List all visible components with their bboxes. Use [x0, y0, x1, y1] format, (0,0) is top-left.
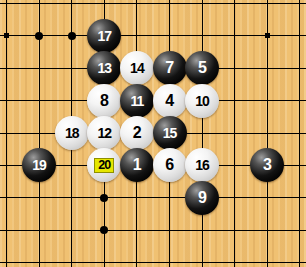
stone-black-15: 15 [153, 116, 187, 150]
stone-black-7: 7 [153, 51, 187, 85]
stone-number: 14 [130, 61, 144, 75]
stone-black-9: 9 [185, 181, 219, 215]
stone-white-16: 16 [185, 148, 219, 182]
star-point [265, 33, 270, 38]
stone-number: 5 [198, 60, 206, 76]
stone-number: 2 [133, 125, 141, 141]
stone-number: 12 [98, 126, 112, 140]
stone-white-14: 14 [120, 51, 154, 85]
stone-number: 15 [163, 126, 177, 140]
stone-white-12: 12 [87, 116, 121, 150]
grid-line-horizontal [0, 197, 306, 198]
stone-number: 16 [195, 158, 209, 172]
stone-white-2: 2 [120, 116, 154, 150]
grid-line-horizontal [0, 262, 306, 263]
stone-white-8: 8 [87, 84, 121, 118]
star-point [4, 33, 9, 38]
stone-number: 3 [263, 157, 271, 173]
last-move-number-label: 20 [94, 158, 114, 173]
stone-number: 19 [32, 158, 46, 172]
goban-board[interactable]: 1713147581141018122151920161639 [0, 0, 306, 267]
stone-white-18: 18 [55, 116, 89, 150]
dot-marker [100, 226, 108, 234]
stone-black-3: 3 [250, 148, 284, 182]
stone-number: 17 [98, 29, 112, 43]
stone-number: 1 [133, 157, 141, 173]
dot-marker [35, 32, 43, 40]
stone-number: 9 [198, 190, 206, 206]
grid-line-horizontal [0, 35, 306, 36]
stone-black-1: 1 [120, 148, 154, 182]
dot-marker [68, 32, 76, 40]
stone-number: 10 [195, 94, 209, 108]
stone-white-10: 10 [185, 84, 219, 118]
stone-black-19: 19 [22, 148, 56, 182]
grid-line-horizontal [0, 3, 306, 4]
stone-number: 13 [98, 61, 112, 75]
stone-number: 8 [100, 93, 108, 109]
stone-number: 4 [165, 93, 173, 109]
stone-black-5: 5 [185, 51, 219, 85]
stone-white-4: 4 [153, 84, 187, 118]
stone-number: 18 [65, 126, 79, 140]
dot-marker [100, 194, 108, 202]
stone-black-11: 11 [120, 84, 154, 118]
grid-line-horizontal [0, 230, 306, 231]
stone-black-13: 13 [87, 51, 121, 85]
stone-white-6: 6 [153, 148, 187, 182]
stone-number: 6 [165, 157, 173, 173]
stone-black-17: 17 [87, 19, 121, 53]
stone-number: 11 [130, 94, 143, 108]
stone-number: 7 [165, 60, 173, 76]
stone-white-20: 20 [87, 148, 121, 182]
